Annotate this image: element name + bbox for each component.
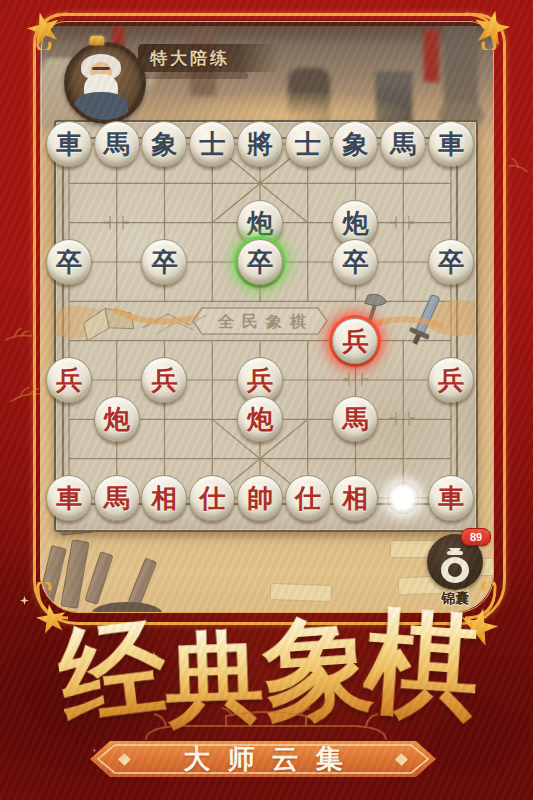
- pouch-count-badge: 89: [461, 528, 491, 546]
- brick: [270, 583, 333, 602]
- piece-black-馬[interactable]: 馬: [380, 121, 426, 167]
- leaf-sprig: [8, 378, 42, 406]
- pagoda-outline: [136, 706, 396, 742]
- piece-black-車[interactable]: 車: [46, 121, 92, 167]
- piece-red-仕[interactable]: 仕: [285, 475, 331, 521]
- piece-grid: 車馬象士將士象馬車炮炮卒卒卒卒卒兵兵兵兵兵炮炮馬車馬相仕帥仕相車: [45, 124, 475, 517]
- opponent-name: 特大陪练: [138, 47, 230, 70]
- leaf-sprig: [506, 150, 530, 176]
- piece-red-仕[interactable]: 仕: [189, 475, 235, 521]
- piece-black-士[interactable]: 士: [285, 121, 331, 167]
- wood-plank: [127, 557, 157, 606]
- piece-red-炮[interactable]: 炮: [94, 396, 140, 442]
- opponent-subinfo: [138, 72, 248, 79]
- top-shade: [40, 20, 493, 26]
- piece-black-象[interactable]: 象: [141, 121, 187, 167]
- crown-icon: [90, 36, 104, 45]
- promo-subtitle: 大师云集: [167, 741, 360, 777]
- piece-red-相[interactable]: 相: [141, 475, 187, 521]
- sparkle: [20, 596, 29, 605]
- piece-red-兵[interactable]: 兵: [141, 357, 187, 403]
- piece-red-車[interactable]: 車: [428, 475, 474, 521]
- promo-title-char: 棋: [360, 598, 483, 732]
- pouch-label: 锦囊: [427, 590, 483, 608]
- sparkle: [150, 652, 158, 660]
- subtitle-banner: 大师云集: [90, 738, 436, 780]
- promo-title: 经典象棋: [0, 608, 533, 725]
- banner-diamond: [395, 753, 408, 766]
- piece-red-帥[interactable]: 帥: [237, 475, 283, 521]
- piece-red-兵[interactable]: 兵: [46, 357, 92, 403]
- piece-red-兵[interactable]: 兵: [428, 357, 474, 403]
- stone-well: [92, 602, 162, 612]
- move-origin-marker: [387, 482, 419, 514]
- promo-title-char: 典: [163, 622, 265, 734]
- piece-black-象[interactable]: 象: [332, 121, 378, 167]
- red-banner: [424, 30, 439, 82]
- piece-black-士[interactable]: 士: [189, 121, 235, 167]
- piece-red-馬[interactable]: 馬: [94, 475, 140, 521]
- promo-title-char: 象: [258, 604, 376, 733]
- avatar-brow: [92, 67, 110, 70]
- wood-plank: [84, 551, 113, 605]
- opponent-nameplate: 特大陪练: [138, 44, 280, 72]
- piece-red-兵[interactable]: 兵: [332, 318, 378, 364]
- piece-black-車[interactable]: 車: [428, 121, 474, 167]
- piece-black-馬[interactable]: 馬: [94, 121, 140, 167]
- promo-title-char: 经: [53, 608, 172, 737]
- sparkle: [92, 748, 97, 753]
- tips-pouch-button[interactable]: 89: [427, 534, 483, 590]
- game-screenshot: 全民象棋 車馬象士將士象馬車炮炮卒卒卒卒卒兵兵兵兵兵炮炮馬車馬相仕帥仕相車 特大…: [40, 20, 493, 612]
- xiangqi-board[interactable]: 全民象棋 車馬象士將士象馬車炮炮卒卒卒卒卒兵兵兵兵兵炮炮馬車馬相仕帥仕相車: [54, 120, 478, 532]
- promo-page: 全民象棋 車馬象士將士象馬車炮炮卒卒卒卒卒兵兵兵兵兵炮炮馬車馬相仕帥仕相車 特大…: [0, 0, 533, 800]
- avatar-robe: [74, 92, 128, 122]
- sparkle: [418, 700, 424, 706]
- piece-red-相[interactable]: 相: [332, 475, 378, 521]
- piece-black-將[interactable]: 將: [237, 121, 283, 167]
- piece-black-卒[interactable]: 卒: [141, 239, 187, 285]
- sand-ground: [40, 518, 493, 612]
- piece-red-車[interactable]: 車: [46, 475, 92, 521]
- pouch-count: 89: [470, 531, 482, 543]
- leaf-sprig: [4, 320, 34, 346]
- banner-diamond: [118, 753, 131, 766]
- piece-black-卒[interactable]: 卒: [46, 239, 92, 285]
- piece-black-卒[interactable]: 卒: [332, 239, 378, 285]
- opponent-avatar[interactable]: [64, 42, 146, 124]
- piece-red-馬[interactable]: 馬: [332, 396, 378, 442]
- piece-black-卒[interactable]: 卒: [428, 239, 474, 285]
- piece-black-卒[interactable]: 卒: [237, 239, 283, 285]
- piece-red-炮[interactable]: 炮: [237, 396, 283, 442]
